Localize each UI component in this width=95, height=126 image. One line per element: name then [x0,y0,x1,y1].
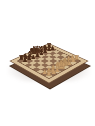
piece-white-rook[interactable]: ♜ [46,70,53,78]
product-photo: ♜♟♟♜♞♟♟♞♝♟♟♝♛♟♟♛♚♟♟♚♝♟♟♝♞♟♟♞♜♟♟♜ [0,0,95,126]
piece-black-pawn[interactable]: ♟ [22,58,27,64]
